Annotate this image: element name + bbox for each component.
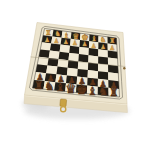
hinge-dot — [123, 67, 125, 69]
board-square — [98, 64, 108, 73]
clasp-icon — [60, 99, 67, 107]
board-square — [108, 50, 118, 58]
board-square — [59, 52, 70, 60]
chess-piece-black-rook: ♜ — [109, 86, 118, 98]
chess-piece-black-knight: ♞ — [98, 85, 108, 98]
chess-piece-white-pawn: ♟ — [82, 40, 88, 47]
board-square — [39, 49, 50, 58]
chess-piece-white-pawn: ♟ — [63, 38, 69, 45]
chess-piece-black-bishop: ♝ — [87, 84, 97, 98]
board-square — [60, 45, 70, 53]
board-square — [98, 49, 108, 57]
chess-piece-white-pawn: ♟ — [72, 39, 78, 46]
chess-box-scene: ♜♞♝♛♚♝♞♜♟♟♟♟♟♟♟♟♟♟♟♟♟♟♟♟♜♞♝♛♚♝♞♜ — [0, 0, 150, 150]
board-square — [40, 42, 51, 50]
product-photo-chess-set: Folding wooden chess box photographed at… — [0, 0, 150, 150]
chess-piece-black-bishop: ♝ — [55, 80, 65, 94]
board-square — [68, 53, 78, 61]
board-square — [108, 65, 118, 74]
chess-piece-white-pawn: ♟ — [54, 37, 60, 44]
board-square — [89, 48, 99, 56]
board-square — [50, 43, 61, 51]
board-square — [78, 54, 88, 62]
chess-piece-black-rook: ♜ — [34, 79, 43, 91]
chess-piece-black-king: ♚ — [76, 82, 88, 97]
board-square — [49, 51, 60, 60]
board-square — [79, 47, 89, 55]
chess-piece-white-pawn: ♟ — [44, 36, 50, 43]
board-square — [69, 46, 79, 54]
board-square — [88, 55, 98, 63]
chess-piece-white-pawn: ♟ — [110, 44, 116, 51]
chess-piece-black-knight: ♞ — [44, 80, 54, 93]
chess-piece-white-pawn: ♟ — [91, 42, 97, 49]
chess-piece-white-pawn: ♟ — [100, 43, 106, 50]
